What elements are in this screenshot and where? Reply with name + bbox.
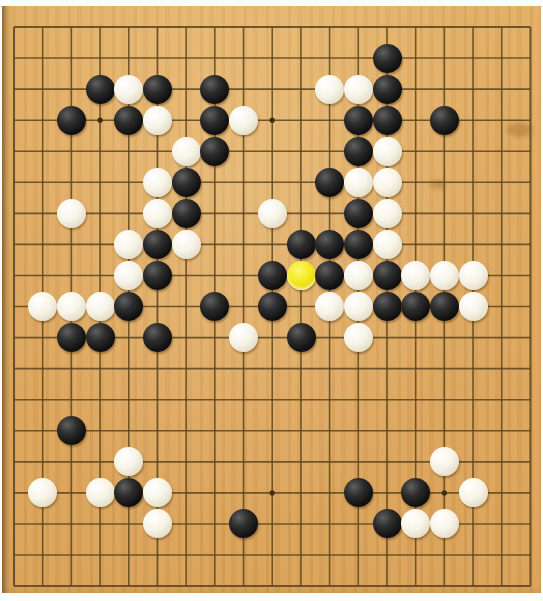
stone-black[interactable] xyxy=(172,168,201,197)
stone-white[interactable] xyxy=(114,261,143,290)
stone-black[interactable] xyxy=(287,230,316,259)
stone-white[interactable] xyxy=(172,230,201,259)
stone-black[interactable] xyxy=(143,230,172,259)
stone-white[interactable] xyxy=(430,261,459,290)
stone-black[interactable] xyxy=(200,137,229,166)
stone-white[interactable] xyxy=(459,292,488,321)
stone-black[interactable] xyxy=(143,261,172,290)
stone-white[interactable] xyxy=(344,75,373,104)
stone-white[interactable] xyxy=(86,292,115,321)
stone-white[interactable] xyxy=(57,292,86,321)
stone-black[interactable] xyxy=(401,478,430,507)
stone-black[interactable] xyxy=(373,75,402,104)
stone-white[interactable] xyxy=(143,106,172,135)
stone-white[interactable] xyxy=(28,292,57,321)
stone-black[interactable] xyxy=(143,75,172,104)
stone-black[interactable] xyxy=(344,478,373,507)
stone-white[interactable] xyxy=(172,137,201,166)
stone-white[interactable] xyxy=(143,199,172,228)
stone-black[interactable] xyxy=(315,168,344,197)
stone-black[interactable] xyxy=(143,323,172,352)
stone-white[interactable] xyxy=(344,292,373,321)
stone-black[interactable] xyxy=(114,478,143,507)
stone-white[interactable] xyxy=(143,168,172,197)
stone-white[interactable] xyxy=(344,168,373,197)
stone-black[interactable] xyxy=(57,106,86,135)
stone-black[interactable] xyxy=(373,44,402,73)
stone-white[interactable] xyxy=(373,230,402,259)
stones-layer xyxy=(0,12,543,601)
stone-black[interactable] xyxy=(344,106,373,135)
stone-white[interactable] xyxy=(143,478,172,507)
stone-black[interactable] xyxy=(373,292,402,321)
stone-white[interactable] xyxy=(143,509,172,538)
stone-black[interactable] xyxy=(86,75,115,104)
stone-white[interactable] xyxy=(459,478,488,507)
stone-black[interactable] xyxy=(344,199,373,228)
stone-white[interactable] xyxy=(430,447,459,476)
stone-black[interactable] xyxy=(57,323,86,352)
stone-white[interactable] xyxy=(373,199,402,228)
stone-white[interactable] xyxy=(373,137,402,166)
stone-white[interactable] xyxy=(315,292,344,321)
stone-white[interactable] xyxy=(401,261,430,290)
stone-white[interactable] xyxy=(114,75,143,104)
screenshot-stage xyxy=(0,0,543,601)
stone-white[interactable] xyxy=(114,447,143,476)
stone-black[interactable] xyxy=(258,261,287,290)
stone-black[interactable] xyxy=(315,261,344,290)
stone-last-move-yellow[interactable] xyxy=(287,261,316,290)
stone-white[interactable] xyxy=(258,199,287,228)
stone-black[interactable] xyxy=(57,416,86,445)
stone-black[interactable] xyxy=(373,261,402,290)
stone-black[interactable] xyxy=(344,230,373,259)
stone-white[interactable] xyxy=(373,168,402,197)
stone-black[interactable] xyxy=(430,106,459,135)
stone-white[interactable] xyxy=(86,478,115,507)
stone-black[interactable] xyxy=(373,106,402,135)
stone-white[interactable] xyxy=(344,323,373,352)
stone-black[interactable] xyxy=(114,292,143,321)
stone-black[interactable] xyxy=(200,75,229,104)
stone-white[interactable] xyxy=(459,261,488,290)
stone-black[interactable] xyxy=(401,292,430,321)
stone-black[interactable] xyxy=(86,323,115,352)
stone-black[interactable] xyxy=(172,199,201,228)
stone-white[interactable] xyxy=(430,509,459,538)
stone-black[interactable] xyxy=(344,137,373,166)
stone-white[interactable] xyxy=(401,509,430,538)
stone-black[interactable] xyxy=(229,509,258,538)
stone-white[interactable] xyxy=(315,75,344,104)
stone-white[interactable] xyxy=(344,261,373,290)
stone-black[interactable] xyxy=(373,509,402,538)
stone-black[interactable] xyxy=(287,323,316,352)
stone-black[interactable] xyxy=(258,292,287,321)
stone-black[interactable] xyxy=(430,292,459,321)
stone-black[interactable] xyxy=(200,292,229,321)
stone-white[interactable] xyxy=(229,106,258,135)
stone-white[interactable] xyxy=(28,478,57,507)
stone-white[interactable] xyxy=(114,230,143,259)
stone-white[interactable] xyxy=(57,199,86,228)
stone-black[interactable] xyxy=(200,106,229,135)
stone-white[interactable] xyxy=(229,323,258,352)
stone-black[interactable] xyxy=(114,106,143,135)
stone-black[interactable] xyxy=(315,230,344,259)
